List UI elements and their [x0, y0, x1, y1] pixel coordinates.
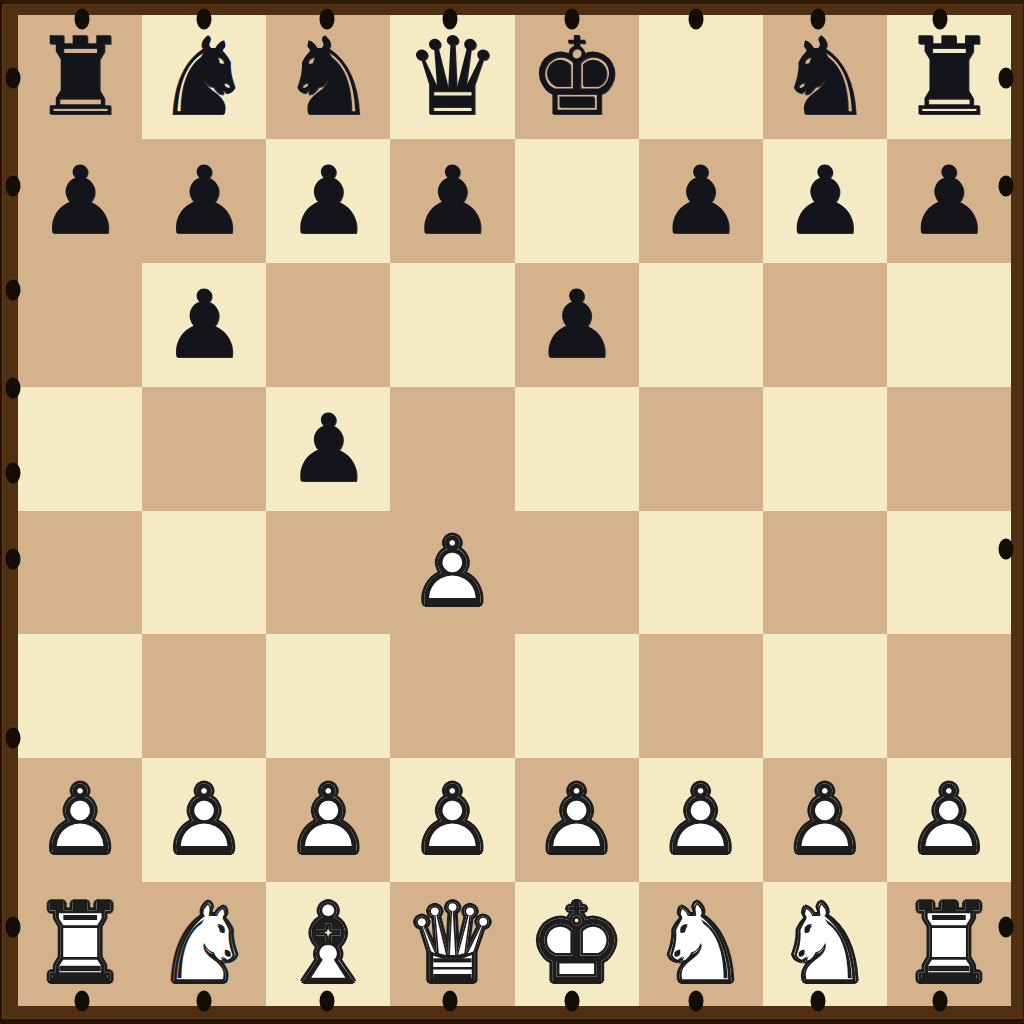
white-piece-outline-glyph: ♙: [410, 525, 494, 619]
black-knight-piece[interactable]: ♞: [280, 23, 377, 131]
white-pawn-piece[interactable]: ♟♙: [659, 773, 743, 867]
square-a2[interactable]: ♟♙: [18, 758, 142, 882]
square-c5[interactable]: ♟: [266, 387, 390, 511]
square-h7[interactable]: ♟: [887, 139, 1011, 263]
white-piece-outline-glyph: ♘: [652, 890, 749, 998]
square-c4[interactable]: [266, 511, 390, 635]
black-king-piece[interactable]: ♚: [528, 23, 625, 131]
white-piece-outline-glyph: ♙: [534, 773, 618, 867]
square-h5[interactable]: [887, 387, 1011, 511]
square-d8[interactable]: ♛: [390, 15, 514, 139]
square-c8[interactable]: ♞: [266, 15, 390, 139]
square-d3[interactable]: [390, 634, 514, 758]
black-pawn-piece[interactable]: ♟: [534, 278, 618, 372]
black-knight-piece[interactable]: ♞: [156, 23, 253, 131]
square-e4[interactable]: [515, 511, 639, 635]
white-piece-outline-glyph: ♙: [659, 773, 743, 867]
square-e7[interactable]: [515, 139, 639, 263]
white-piece-outline-glyph: ♙: [907, 773, 991, 867]
square-e3[interactable]: [515, 634, 639, 758]
square-e5[interactable]: [515, 387, 639, 511]
square-f4[interactable]: [639, 511, 763, 635]
square-h4[interactable]: [887, 511, 1011, 635]
square-c7[interactable]: ♟: [266, 139, 390, 263]
white-piece-outline-glyph: ♙: [38, 773, 122, 867]
white-pawn-piece[interactable]: ♟♙: [410, 773, 494, 867]
black-pawn-piece[interactable]: ♟: [162, 154, 246, 248]
square-e8[interactable]: ♚: [515, 15, 639, 139]
white-pawn-piece[interactable]: ♟♙: [286, 773, 370, 867]
square-g7[interactable]: ♟: [763, 139, 887, 263]
chess-board: ♜♞♞♛♚♞♜♟♟♟♟♟♟♟♟♟♟♟♙♟♙♟♙♟♙♟♙♟♙♟♙♟♙♟♙♜♖♞♘♝…: [18, 15, 1011, 1006]
white-pawn-piece[interactable]: ♟♙: [907, 773, 991, 867]
square-g2[interactable]: ♟♙: [763, 758, 887, 882]
square-g4[interactable]: [763, 511, 887, 635]
white-piece-outline-glyph: ♙: [783, 773, 867, 867]
white-pawn-piece[interactable]: ♟♙: [783, 773, 867, 867]
square-h8[interactable]: ♜: [887, 15, 1011, 139]
square-h2[interactable]: ♟♙: [887, 758, 1011, 882]
square-a3[interactable]: [18, 634, 142, 758]
square-b3[interactable]: [142, 634, 266, 758]
board-frame: ♜♞♞♛♚♞♜♟♟♟♟♟♟♟♟♟♟♟♙♟♙♟♙♟♙♟♙♟♙♟♙♟♙♟♙♜♖♞♘♝…: [0, 0, 1024, 1024]
white-piece-outline-glyph: ♕: [404, 890, 501, 998]
square-g8[interactable]: ♞: [763, 15, 887, 139]
square-b8[interactable]: ♞: [142, 15, 266, 139]
square-g1[interactable]: ♞♘: [763, 882, 887, 1006]
square-a7[interactable]: ♟: [18, 139, 142, 263]
white-pawn-piece[interactable]: ♟♙: [534, 773, 618, 867]
white-piece-outline-glyph: ♙: [286, 773, 370, 867]
square-d4[interactable]: ♟♙: [390, 511, 514, 635]
white-knight-piece[interactable]: ♞♘: [652, 890, 749, 998]
square-e6[interactable]: ♟: [515, 263, 639, 387]
square-b5[interactable]: [142, 387, 266, 511]
square-f2[interactable]: ♟♙: [639, 758, 763, 882]
square-e2[interactable]: ♟♙: [515, 758, 639, 882]
white-piece-outline-glyph: ♔: [528, 890, 625, 998]
square-f3[interactable]: [639, 634, 763, 758]
white-rook-piece[interactable]: ♜♖: [901, 890, 998, 998]
white-piece-outline-glyph: ♙: [410, 773, 494, 867]
square-f1[interactable]: ♞♘: [639, 882, 763, 1006]
square-a8[interactable]: ♜: [18, 15, 142, 139]
black-pawn-piece[interactable]: ♟: [286, 154, 370, 248]
square-f8[interactable]: [639, 15, 763, 139]
white-rook-piece[interactable]: ♜♖: [32, 890, 129, 998]
black-rook-piece[interactable]: ♜: [901, 23, 998, 131]
square-h1[interactable]: ♜♖: [887, 882, 1011, 1006]
square-c6[interactable]: [266, 263, 390, 387]
square-f7[interactable]: ♟: [639, 139, 763, 263]
square-b6[interactable]: ♟: [142, 263, 266, 387]
black-pawn-piece[interactable]: ♟: [907, 154, 991, 248]
square-b4[interactable]: [142, 511, 266, 635]
square-g5[interactable]: [763, 387, 887, 511]
square-g6[interactable]: [763, 263, 887, 387]
white-king-piece[interactable]: ♚♔: [528, 890, 625, 998]
square-f5[interactable]: [639, 387, 763, 511]
square-d2[interactable]: ♟♙: [390, 758, 514, 882]
square-b7[interactable]: ♟: [142, 139, 266, 263]
square-c1[interactable]: ♝♗: [266, 882, 390, 1006]
black-rook-piece[interactable]: ♜: [32, 23, 129, 131]
square-a1[interactable]: ♜♖: [18, 882, 142, 1006]
black-pawn-piece[interactable]: ♟: [783, 154, 867, 248]
square-h6[interactable]: [887, 263, 1011, 387]
square-g3[interactable]: [763, 634, 887, 758]
white-bishop-piece[interactable]: ♝♗: [280, 890, 377, 998]
black-pawn-piece[interactable]: ♟: [38, 154, 122, 248]
square-d1[interactable]: ♛♕: [390, 882, 514, 1006]
white-pawn-piece[interactable]: ♟♙: [162, 773, 246, 867]
black-queen-piece[interactable]: ♛: [404, 23, 501, 131]
black-pawn-piece[interactable]: ♟: [162, 278, 246, 372]
black-pawn-piece[interactable]: ♟: [410, 154, 494, 248]
white-piece-outline-glyph: ♖: [901, 890, 998, 998]
square-a6[interactable]: [18, 263, 142, 387]
white-piece-outline-glyph: ♘: [156, 890, 253, 998]
square-d5[interactable]: [390, 387, 514, 511]
white-pawn-piece[interactable]: ♟♙: [410, 525, 494, 619]
square-h3[interactable]: [887, 634, 1011, 758]
white-piece-outline-glyph: ♙: [162, 773, 246, 867]
square-d7[interactable]: ♟: [390, 139, 514, 263]
white-pawn-piece[interactable]: ♟♙: [38, 773, 122, 867]
black-pawn-piece[interactable]: ♟: [286, 402, 370, 496]
square-c3[interactable]: [266, 634, 390, 758]
square-e1[interactable]: ♚♔: [515, 882, 639, 1006]
black-knight-piece[interactable]: ♞: [776, 23, 873, 131]
square-f6[interactable]: [639, 263, 763, 387]
black-pawn-piece[interactable]: ♟: [659, 154, 743, 248]
white-knight-piece[interactable]: ♞♘: [156, 890, 253, 998]
white-knight-piece[interactable]: ♞♘: [776, 890, 873, 998]
square-b2[interactable]: ♟♙: [142, 758, 266, 882]
white-piece-outline-glyph: ♗: [280, 890, 377, 998]
white-piece-outline-glyph: ♖: [32, 890, 129, 998]
square-b1[interactable]: ♞♘: [142, 882, 266, 1006]
white-piece-outline-glyph: ♘: [776, 890, 873, 998]
square-a5[interactable]: [18, 387, 142, 511]
square-d6[interactable]: [390, 263, 514, 387]
square-a4[interactable]: [18, 511, 142, 635]
white-queen-piece[interactable]: ♛♕: [404, 890, 501, 998]
square-c2[interactable]: ♟♙: [266, 758, 390, 882]
